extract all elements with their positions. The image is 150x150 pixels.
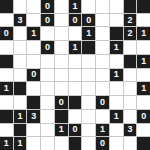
- cell-r4c2[interactable]: [27, 55, 40, 68]
- clue-cell-r0c3: 0: [41, 0, 54, 13]
- cell-r7c8[interactable]: [110, 96, 123, 109]
- cell-r0c8[interactable]: [110, 0, 123, 13]
- clue-cell-r3c3: 0: [41, 41, 54, 54]
- clue-cell-r5c8: 1: [110, 69, 123, 82]
- clue-cell-r2c0: 0: [0, 27, 13, 40]
- cell-r4c0: [0, 55, 13, 68]
- cell-r9c6[interactable]: [82, 124, 95, 137]
- cell-r5c0[interactable]: [0, 69, 13, 82]
- clue-cell-r8c10: 0: [137, 110, 150, 123]
- cell-r9c10[interactable]: [137, 124, 150, 137]
- cell-r7c0[interactable]: [0, 96, 13, 109]
- cell-r9c2[interactable]: [27, 124, 40, 137]
- cell-r2c7[interactable]: [96, 27, 109, 40]
- cell-r10c2[interactable]: [27, 137, 40, 150]
- cell-r0c10: [137, 0, 150, 13]
- cell-r7c10[interactable]: [137, 96, 150, 109]
- cell-r0c4[interactable]: [55, 0, 68, 13]
- cell-r6c4[interactable]: [55, 82, 68, 95]
- cell-r6c6[interactable]: [82, 82, 95, 95]
- cell-r3c1[interactable]: [14, 41, 27, 54]
- cell-r5c7[interactable]: [96, 69, 109, 82]
- cell-r0c0: [0, 0, 13, 13]
- cell-r7c2: [27, 96, 40, 109]
- cell-r2c4[interactable]: [55, 27, 68, 40]
- cell-r10c9[interactable]: [124, 137, 137, 150]
- clue-cell-r2c2: 1: [27, 27, 40, 40]
- clue-cell-r3c8: 1: [110, 41, 123, 54]
- cell-r2c8: [110, 27, 123, 40]
- cell-r8c9[interactable]: [124, 110, 137, 123]
- cell-r0c1[interactable]: [14, 0, 27, 13]
- clue-cell-r9c7: 1: [96, 124, 109, 137]
- cell-r10c3[interactable]: [41, 137, 54, 150]
- cell-r1c0[interactable]: [0, 14, 13, 27]
- cell-r7c5: [69, 96, 82, 109]
- cell-r3c9[interactable]: [124, 41, 137, 54]
- clue-cell-r8c1: 1: [14, 110, 27, 123]
- cell-r0c7[interactable]: [96, 0, 109, 13]
- cell-r5c9[interactable]: [124, 69, 137, 82]
- cell-r6c1: [14, 82, 27, 95]
- cell-r0c6[interactable]: [82, 0, 95, 13]
- clue-cell-r2c6: 1: [82, 27, 95, 40]
- cell-r8c7[interactable]: [96, 110, 109, 123]
- clue-cell-r9c5: 0: [69, 124, 82, 137]
- cell-r8c5[interactable]: [69, 110, 82, 123]
- cell-r5c4[interactable]: [55, 69, 68, 82]
- clue-cell-r5c2: 0: [27, 69, 40, 82]
- clue-cell-r10c0: 1: [0, 137, 13, 150]
- cell-r10c5: [69, 137, 82, 150]
- cell-r6c2[interactable]: [27, 82, 40, 95]
- akari-board: 013000201121011101110013101013110: [0, 0, 150, 150]
- cell-r1c7[interactable]: [96, 14, 109, 27]
- cell-r4c7[interactable]: [96, 55, 109, 68]
- clue-cell-r8c2: 3: [27, 110, 40, 123]
- cell-r5c6[interactable]: [82, 69, 95, 82]
- clue-cell-r10c7: 0: [96, 137, 109, 150]
- cell-r4c5[interactable]: [69, 55, 82, 68]
- cell-r1c8[interactable]: [110, 14, 123, 27]
- clue-cell-r8c8: 1: [110, 110, 123, 123]
- cell-r0c2[interactable]: [27, 0, 40, 13]
- cell-r10c8[interactable]: [110, 137, 123, 150]
- cell-r4c6[interactable]: [82, 55, 95, 68]
- cell-r5c5[interactable]: [69, 69, 82, 82]
- cell-r5c10[interactable]: [137, 69, 150, 82]
- cell-r10c6[interactable]: [82, 137, 95, 150]
- clue-cell-r9c9: 3: [124, 124, 137, 137]
- cell-r1c10[interactable]: [137, 14, 150, 27]
- clue-cell-r4c10: 1: [137, 55, 150, 68]
- cell-r9c8[interactable]: [110, 124, 123, 137]
- cell-r7c1[interactable]: [14, 96, 27, 109]
- cell-r6c9[interactable]: [124, 82, 137, 95]
- cell-r3c6: [82, 41, 95, 54]
- cell-r8c3[interactable]: [41, 110, 54, 123]
- clue-cell-r1c9: 2: [124, 14, 137, 27]
- clue-cell-r7c4: 0: [55, 96, 68, 109]
- clue-cell-r2c9: 2: [124, 27, 137, 40]
- clue-cell-r3c5: 1: [69, 41, 82, 54]
- cell-r9c0[interactable]: [0, 124, 13, 137]
- cell-r4c1[interactable]: [14, 55, 27, 68]
- cell-r7c3[interactable]: [41, 96, 54, 109]
- cell-r10c10: [137, 137, 150, 150]
- cell-r6c3[interactable]: [41, 82, 54, 95]
- cell-r2c1[interactable]: [14, 27, 27, 40]
- cell-r8c0: [0, 110, 13, 123]
- cell-r4c4[interactable]: [55, 55, 68, 68]
- cell-r8c4: [55, 110, 68, 123]
- cell-r3c7[interactable]: [96, 41, 109, 54]
- cell-r4c9: [124, 55, 137, 68]
- cell-r8c6[interactable]: [82, 110, 95, 123]
- clue-cell-r1c6: 0: [82, 14, 95, 27]
- cell-r7c9[interactable]: [124, 96, 137, 109]
- cell-r4c8[interactable]: [110, 55, 123, 68]
- cell-r10c4[interactable]: [55, 137, 68, 150]
- cell-r2c5[interactable]: [69, 27, 82, 40]
- cell-r2c3[interactable]: [41, 27, 54, 40]
- clue-cell-r1c1: 3: [14, 14, 27, 27]
- cell-r5c1[interactable]: [14, 69, 27, 82]
- clue-cell-r1c5: 0: [69, 14, 82, 27]
- cell-r3c0[interactable]: [0, 41, 13, 54]
- cell-r4c3[interactable]: [41, 55, 54, 68]
- clue-cell-r6c10: 1: [137, 82, 150, 95]
- clue-cell-r6c0: 1: [0, 82, 13, 95]
- clue-cell-r2c10: 1: [137, 27, 150, 40]
- cell-r6c8[interactable]: [110, 82, 123, 95]
- cell-r5c3[interactable]: [41, 69, 54, 82]
- cell-r6c7[interactable]: [96, 82, 109, 95]
- cell-r1c4[interactable]: [55, 14, 68, 27]
- clue-cell-r0c5: 1: [69, 0, 82, 13]
- clue-cell-r1c3: 0: [41, 14, 54, 27]
- clue-cell-r10c1: 1: [14, 137, 27, 150]
- cell-r9c3[interactable]: [41, 124, 54, 137]
- cell-r7c6[interactable]: [82, 96, 95, 109]
- cell-r9c1: [14, 124, 27, 137]
- cell-r1c2[interactable]: [27, 14, 40, 27]
- cell-r6c5[interactable]: [69, 82, 82, 95]
- cell-r0c9: [124, 0, 137, 13]
- cell-r3c2[interactable]: [27, 41, 40, 54]
- clue-cell-r7c7: 0: [96, 96, 109, 109]
- cell-r3c4[interactable]: [55, 41, 68, 54]
- cell-r3c10[interactable]: [137, 41, 150, 54]
- clue-cell-r9c4: 1: [55, 124, 68, 137]
